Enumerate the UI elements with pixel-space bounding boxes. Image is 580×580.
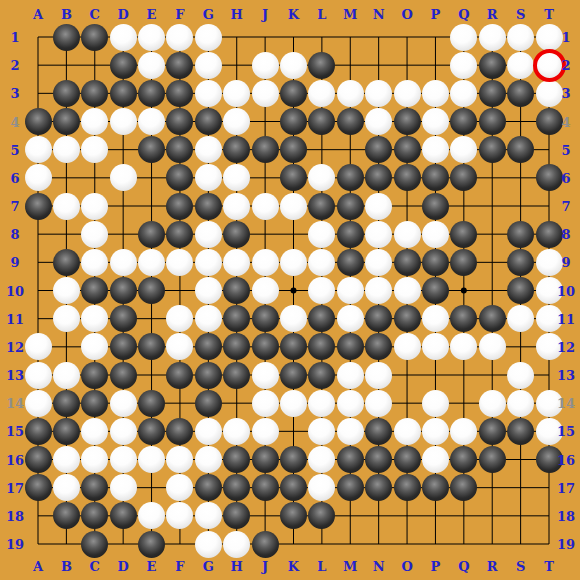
white-stone-M14[interactable] — [337, 390, 364, 417]
white-stone-D16[interactable] — [110, 446, 137, 473]
white-stone-G10[interactable] — [195, 277, 222, 304]
black-stone-S15[interactable] — [507, 418, 534, 445]
black-stone-R5[interactable] — [479, 136, 506, 163]
row-label-left-17: 17 — [6, 481, 24, 494]
white-stone-D1[interactable] — [110, 24, 137, 51]
white-stone-G18[interactable] — [195, 502, 222, 529]
white-stone-N10[interactable] — [365, 277, 392, 304]
col-label-top-R: R — [487, 8, 498, 21]
black-stone-R16[interactable] — [479, 446, 506, 473]
row-label-left-18: 18 — [6, 509, 24, 522]
white-stone-G15[interactable] — [195, 418, 222, 445]
row-label-right-13: 13 — [557, 369, 575, 382]
row-label-right-1: 1 — [561, 31, 570, 44]
white-stone-K2[interactable] — [280, 52, 307, 79]
white-stone-S1[interactable] — [507, 24, 534, 51]
white-stone-H19[interactable] — [223, 531, 250, 558]
white-stone-H15[interactable] — [223, 418, 250, 445]
white-stone-T3[interactable] — [536, 80, 563, 107]
white-stone-P3[interactable] — [422, 80, 449, 107]
row-label-right-7: 7 — [561, 200, 570, 213]
white-stone-D4[interactable] — [110, 108, 137, 135]
white-stone-Q3[interactable] — [450, 80, 477, 107]
row-label-right-19: 19 — [557, 538, 575, 551]
col-label-top-A: A — [33, 8, 43, 21]
row-label-left-12: 12 — [6, 340, 24, 353]
white-stone-R12[interactable] — [479, 333, 506, 360]
white-stone-N9[interactable] — [365, 249, 392, 276]
white-stone-O10[interactable] — [394, 277, 421, 304]
black-stone-E14[interactable] — [138, 390, 165, 417]
black-stone-G17[interactable] — [195, 474, 222, 501]
white-stone-G1[interactable] — [195, 24, 222, 51]
black-stone-O4[interactable] — [394, 108, 421, 135]
col-label-top-H: H — [231, 8, 243, 21]
white-stone-G3[interactable] — [195, 80, 222, 107]
col-label-top-Q: Q — [458, 8, 469, 21]
black-stone-H13[interactable] — [223, 362, 250, 389]
white-stone-P14[interactable] — [422, 390, 449, 417]
black-stone-D2[interactable] — [110, 52, 137, 79]
black-stone-F13[interactable] — [166, 362, 193, 389]
black-stone-S10[interactable] — [507, 277, 534, 304]
white-stone-A6[interactable] — [25, 164, 52, 191]
black-stone-B18[interactable] — [53, 502, 80, 529]
row-label-left-7: 7 — [10, 200, 19, 213]
col-label-bottom-D: D — [118, 560, 129, 573]
white-stone-L9[interactable] — [308, 249, 335, 276]
row-label-left-16: 16 — [6, 453, 24, 466]
col-label-top-M: M — [343, 8, 357, 21]
white-stone-G8[interactable] — [195, 221, 222, 248]
row-label-right-17: 17 — [557, 481, 575, 494]
black-stone-F2[interactable] — [166, 52, 193, 79]
white-stone-D17[interactable] — [110, 474, 137, 501]
black-stone-J16[interactable] — [252, 446, 279, 473]
col-label-top-G: G — [203, 8, 214, 21]
black-stone-Q8[interactable] — [450, 221, 477, 248]
white-stone-B13[interactable] — [53, 362, 80, 389]
black-stone-E8[interactable] — [138, 221, 165, 248]
col-label-top-L: L — [317, 8, 326, 21]
white-stone-E16[interactable] — [138, 446, 165, 473]
row-label-left-14: 14 — [6, 397, 24, 410]
white-stone-H3[interactable] — [223, 80, 250, 107]
black-stone-M6[interactable] — [337, 164, 364, 191]
white-stone-C15[interactable] — [81, 418, 108, 445]
white-stone-S2[interactable] — [507, 52, 534, 79]
col-label-bottom-P: P — [431, 560, 441, 573]
black-stone-R2[interactable] — [479, 52, 506, 79]
black-stone-B14[interactable] — [53, 390, 80, 417]
black-stone-K13[interactable] — [280, 362, 307, 389]
black-stone-O16[interactable] — [394, 446, 421, 473]
black-stone-D12[interactable] — [110, 333, 137, 360]
white-stone-T9[interactable] — [536, 249, 563, 276]
black-stone-L2[interactable] — [308, 52, 335, 79]
col-label-top-E: E — [147, 8, 157, 21]
white-stone-G5[interactable] — [195, 136, 222, 163]
black-stone-K5[interactable] — [280, 136, 307, 163]
col-label-top-S: S — [516, 8, 525, 21]
col-label-bottom-F: F — [175, 560, 184, 573]
white-stone-K14[interactable] — [280, 390, 307, 417]
white-stone-Q15[interactable] — [450, 418, 477, 445]
black-stone-E3[interactable] — [138, 80, 165, 107]
black-stone-L7[interactable] — [308, 193, 335, 220]
col-label-bottom-Q: Q — [458, 560, 469, 573]
white-stone-B10[interactable] — [53, 277, 80, 304]
star-point-Q10 — [461, 288, 467, 294]
row-label-left-3: 3 — [10, 87, 19, 100]
white-stone-A5[interactable] — [25, 136, 52, 163]
row-label-left-2: 2 — [10, 59, 19, 72]
black-stone-B4[interactable] — [53, 108, 80, 135]
row-label-right-5: 5 — [561, 143, 570, 156]
black-stone-P7[interactable] — [422, 193, 449, 220]
col-label-top-J: J — [262, 8, 268, 21]
row-label-left-6: 6 — [10, 171, 19, 184]
white-stone-N3[interactable] — [365, 80, 392, 107]
black-stone-J5[interactable] — [252, 136, 279, 163]
col-label-bottom-G: G — [203, 560, 214, 573]
black-stone-S8[interactable] — [507, 221, 534, 248]
black-stone-E15[interactable] — [138, 418, 165, 445]
white-stone-T1[interactable] — [536, 24, 563, 51]
black-stone-D11[interactable] — [110, 305, 137, 332]
white-stone-N4[interactable] — [365, 108, 392, 135]
black-stone-G13[interactable] — [195, 362, 222, 389]
col-label-top-P: P — [431, 8, 441, 21]
black-stone-P17[interactable] — [422, 474, 449, 501]
black-stone-M16[interactable] — [337, 446, 364, 473]
row-label-right-14: 14 — [557, 397, 575, 410]
black-stone-B3[interactable] — [53, 80, 80, 107]
black-stone-S3[interactable] — [507, 80, 534, 107]
black-stone-J19[interactable] — [252, 531, 279, 558]
white-stone-R1[interactable] — [479, 24, 506, 51]
black-stone-R15[interactable] — [479, 418, 506, 445]
go-board[interactable]: AABBCCDDEEFFGGHHJJKKLLMMNNOOPPQQRRSSTT11… — [0, 0, 580, 580]
white-stone-K9[interactable] — [280, 249, 307, 276]
col-label-bottom-M: M — [343, 560, 357, 573]
black-stone-D13[interactable] — [110, 362, 137, 389]
black-stone-A7[interactable] — [25, 193, 52, 220]
row-label-left-10: 10 — [6, 284, 24, 297]
white-stone-G11[interactable] — [195, 305, 222, 332]
black-stone-H8[interactable] — [223, 221, 250, 248]
col-label-bottom-J: J — [262, 560, 268, 573]
col-label-top-C: C — [90, 8, 100, 21]
black-stone-O9[interactable] — [394, 249, 421, 276]
white-stone-N7[interactable] — [365, 193, 392, 220]
white-stone-J10[interactable] — [252, 277, 279, 304]
row-label-left-15: 15 — [6, 425, 24, 438]
col-label-bottom-N: N — [373, 560, 385, 573]
white-stone-B5[interactable] — [53, 136, 80, 163]
col-label-bottom-L: L — [317, 560, 326, 573]
white-stone-S13[interactable] — [507, 362, 534, 389]
black-stone-E5[interactable] — [138, 136, 165, 163]
row-label-right-10: 10 — [557, 284, 575, 297]
col-label-bottom-S: S — [516, 560, 525, 573]
white-stone-J3[interactable] — [252, 80, 279, 107]
black-stone-F7[interactable] — [166, 193, 193, 220]
star-point-K10 — [291, 288, 297, 294]
white-stone-K11[interactable] — [280, 305, 307, 332]
white-stone-D6[interactable] — [110, 164, 137, 191]
black-stone-B1[interactable] — [53, 24, 80, 51]
row-label-right-15: 15 — [557, 425, 575, 438]
row-label-left-19: 19 — [6, 538, 24, 551]
row-label-left-5: 5 — [10, 143, 19, 156]
white-stone-M15[interactable] — [337, 418, 364, 445]
row-label-left-1: 1 — [10, 31, 19, 44]
col-label-bottom-C: C — [90, 560, 100, 573]
row-label-right-8: 8 — [561, 228, 570, 241]
white-stone-L15[interactable] — [308, 418, 335, 445]
black-stone-T6[interactable] — [536, 164, 563, 191]
col-label-top-K: K — [288, 8, 299, 21]
white-stone-M3[interactable] — [337, 80, 364, 107]
black-stone-R11[interactable] — [479, 305, 506, 332]
black-stone-R4[interactable] — [479, 108, 506, 135]
black-stone-M12[interactable] — [337, 333, 364, 360]
white-stone-E9[interactable] — [138, 249, 165, 276]
black-stone-D18[interactable] — [110, 502, 137, 529]
black-stone-O17[interactable] — [394, 474, 421, 501]
white-stone-S14[interactable] — [507, 390, 534, 417]
white-stone-D14[interactable] — [110, 390, 137, 417]
black-stone-J17[interactable] — [252, 474, 279, 501]
col-label-top-O: O — [401, 8, 412, 21]
col-label-top-B: B — [61, 8, 72, 21]
white-stone-J15[interactable] — [252, 418, 279, 445]
black-stone-N15[interactable] — [365, 418, 392, 445]
col-label-top-D: D — [118, 8, 129, 21]
col-label-bottom-A: A — [33, 560, 43, 573]
black-stone-G14[interactable] — [195, 390, 222, 417]
white-stone-J7[interactable] — [252, 193, 279, 220]
white-stone-O8[interactable] — [394, 221, 421, 248]
row-label-right-12: 12 — [557, 340, 575, 353]
black-stone-A4[interactable] — [25, 108, 52, 135]
white-stone-O3[interactable] — [394, 80, 421, 107]
black-stone-P10[interactable] — [422, 277, 449, 304]
row-label-left-4: 4 — [10, 115, 19, 128]
col-label-bottom-B: B — [61, 560, 72, 573]
col-label-bottom-T: T — [544, 560, 554, 573]
black-stone-C3[interactable] — [81, 80, 108, 107]
col-label-bottom-K: K — [288, 560, 299, 573]
black-stone-G7[interactable] — [195, 193, 222, 220]
black-stone-E19[interactable] — [138, 531, 165, 558]
white-stone-C8[interactable] — [81, 221, 108, 248]
black-stone-Q9[interactable] — [450, 249, 477, 276]
black-stone-T4[interactable] — [536, 108, 563, 135]
black-stone-C13[interactable] — [81, 362, 108, 389]
white-stone-P11[interactable] — [422, 305, 449, 332]
row-label-right-18: 18 — [557, 509, 575, 522]
white-stone-A14[interactable] — [25, 390, 52, 417]
black-stone-E10[interactable] — [138, 277, 165, 304]
black-stone-C14[interactable] — [81, 390, 108, 417]
black-stone-F8[interactable] — [166, 221, 193, 248]
white-stone-H9[interactable] — [223, 249, 250, 276]
white-stone-Q2[interactable] — [450, 52, 477, 79]
white-stone-N8[interactable] — [365, 221, 392, 248]
white-stone-O15[interactable] — [394, 418, 421, 445]
black-stone-S9[interactable] — [507, 249, 534, 276]
black-stone-D3[interactable] — [110, 80, 137, 107]
white-stone-D15[interactable] — [110, 418, 137, 445]
black-stone-M9[interactable] — [337, 249, 364, 276]
black-stone-K3[interactable] — [280, 80, 307, 107]
white-stone-G2[interactable] — [195, 52, 222, 79]
black-stone-R3[interactable] — [479, 80, 506, 107]
white-stone-G6[interactable] — [195, 164, 222, 191]
black-stone-B15[interactable] — [53, 418, 80, 445]
col-label-top-F: F — [175, 8, 184, 21]
white-stone-P15[interactable] — [422, 418, 449, 445]
white-stone-P8[interactable] — [422, 221, 449, 248]
white-stone-B16[interactable] — [53, 446, 80, 473]
white-stone-J2[interactable] — [252, 52, 279, 79]
white-stone-L8[interactable] — [308, 221, 335, 248]
white-stone-M11[interactable] — [337, 305, 364, 332]
white-stone-A13[interactable] — [25, 362, 52, 389]
col-label-top-T: T — [544, 8, 554, 21]
white-stone-D9[interactable] — [110, 249, 137, 276]
black-stone-A16[interactable] — [25, 446, 52, 473]
row-label-right-3: 3 — [561, 87, 570, 100]
row-label-right-9: 9 — [561, 256, 570, 269]
white-stone-Q1[interactable] — [450, 24, 477, 51]
black-stone-T8[interactable] — [536, 221, 563, 248]
col-label-bottom-E: E — [147, 560, 157, 573]
black-stone-M8[interactable] — [337, 221, 364, 248]
white-stone-N14[interactable] — [365, 390, 392, 417]
white-stone-R14[interactable] — [479, 390, 506, 417]
white-stone-P16[interactable] — [422, 446, 449, 473]
white-stone-L3[interactable] — [308, 80, 335, 107]
white-stone-K7[interactable] — [280, 193, 307, 220]
white-stone-M10[interactable] — [337, 277, 364, 304]
col-label-top-N: N — [373, 8, 385, 21]
white-stone-B11[interactable] — [53, 305, 80, 332]
black-stone-M7[interactable] — [337, 193, 364, 220]
black-stone-A15[interactable] — [25, 418, 52, 445]
black-stone-D10[interactable] — [110, 277, 137, 304]
white-stone-C7[interactable] — [81, 193, 108, 220]
white-stone-P4[interactable] — [422, 108, 449, 135]
white-stone-O12[interactable] — [394, 333, 421, 360]
black-stone-G4[interactable] — [195, 108, 222, 135]
black-stone-B9[interactable] — [53, 249, 80, 276]
black-stone-A17[interactable] — [25, 474, 52, 501]
row-label-left-13: 13 — [6, 369, 24, 382]
white-stone-J13[interactable] — [252, 362, 279, 389]
white-stone-A12[interactable] — [25, 333, 52, 360]
black-stone-K17[interactable] — [280, 474, 307, 501]
white-stone-J14[interactable] — [252, 390, 279, 417]
white-stone-F1[interactable] — [166, 24, 193, 51]
white-stone-G19[interactable] — [195, 531, 222, 558]
white-stone-G9[interactable] — [195, 249, 222, 276]
black-stone-J11[interactable] — [252, 305, 279, 332]
black-stone-M17[interactable] — [337, 474, 364, 501]
black-stone-G12[interactable] — [195, 333, 222, 360]
white-stone-E4[interactable] — [138, 108, 165, 135]
white-stone-J9[interactable] — [252, 249, 279, 276]
white-stone-E2[interactable] — [138, 52, 165, 79]
black-stone-M4[interactable] — [337, 108, 364, 135]
row-label-left-11: 11 — [6, 312, 24, 325]
col-label-bottom-R: R — [487, 560, 498, 573]
black-stone-P9[interactable] — [422, 249, 449, 276]
white-stone-E1[interactable] — [138, 24, 165, 51]
black-stone-O6[interactable] — [394, 164, 421, 191]
white-stone-P5[interactable] — [422, 136, 449, 163]
white-stone-B7[interactable] — [53, 193, 80, 220]
row-label-left-9: 9 — [10, 256, 19, 269]
black-stone-O11[interactable] — [394, 305, 421, 332]
row-label-right-2: 2 — [561, 59, 570, 72]
col-label-bottom-H: H — [231, 560, 243, 573]
black-stone-O5[interactable] — [394, 136, 421, 163]
white-stone-M13[interactable] — [337, 362, 364, 389]
row-label-left-8: 8 — [10, 228, 19, 241]
black-stone-C19[interactable] — [81, 531, 108, 558]
black-stone-K16[interactable] — [280, 446, 307, 473]
black-stone-C1[interactable] — [81, 24, 108, 51]
row-label-right-16: 16 — [557, 453, 575, 466]
black-stone-K4[interactable] — [280, 108, 307, 135]
white-stone-N13[interactable] — [365, 362, 392, 389]
white-stone-G16[interactable] — [195, 446, 222, 473]
white-stone-C9[interactable] — [81, 249, 108, 276]
black-stone-L13[interactable] — [308, 362, 335, 389]
white-stone-B17[interactable] — [53, 474, 80, 501]
row-label-right-4: 4 — [561, 115, 570, 128]
white-stone-L14[interactable] — [308, 390, 335, 417]
row-label-right-6: 6 — [561, 171, 570, 184]
black-stone-N16[interactable] — [365, 446, 392, 473]
col-label-bottom-O: O — [401, 560, 412, 573]
black-stone-J12[interactable] — [252, 333, 279, 360]
row-label-right-11: 11 — [557, 312, 575, 325]
white-stone-H7[interactable] — [223, 193, 250, 220]
